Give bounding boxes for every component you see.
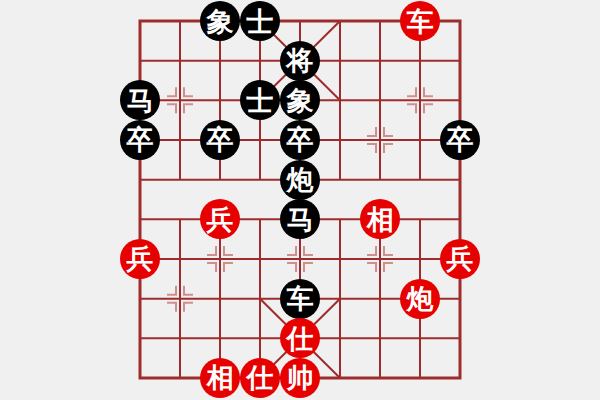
piece-red-elephant[interactable]: 相 (200, 358, 240, 398)
black-pawn-glyph: 卒 (120, 120, 160, 160)
red-pawn-glyph: 兵 (120, 239, 160, 279)
red-pawn-glyph: 兵 (200, 199, 240, 239)
black-pawn-glyph: 卒 (200, 120, 240, 160)
piece-red-pawn[interactable]: 兵 (120, 239, 160, 279)
piece-black-advisor[interactable]: 士 (240, 80, 280, 120)
red-advisor-glyph: 仕 (240, 358, 280, 398)
red-pawn-glyph: 兵 (440, 239, 480, 279)
piece-black-pawn[interactable]: 卒 (120, 120, 160, 160)
piece-red-advisor[interactable]: 仕 (280, 318, 320, 358)
piece-red-general[interactable]: 帅 (280, 358, 320, 398)
red-general-glyph: 帅 (280, 358, 320, 398)
piece-black-elephant[interactable]: 象 (280, 80, 320, 120)
black-horse-glyph: 马 (280, 199, 320, 239)
piece-red-cannon[interactable]: 炮 (400, 279, 440, 319)
black-elephant-glyph: 象 (200, 1, 240, 41)
red-advisor-glyph: 仕 (280, 318, 320, 358)
black-cannon-glyph: 炮 (280, 160, 320, 200)
red-elephant-glyph: 相 (360, 199, 400, 239)
piece-black-pawn[interactable]: 卒 (280, 120, 320, 160)
black-pawn-glyph: 卒 (280, 120, 320, 160)
red-elephant-glyph: 相 (200, 358, 240, 398)
piece-black-horse[interactable]: 马 (120, 80, 160, 120)
black-advisor-glyph: 士 (240, 80, 280, 120)
black-advisor-glyph: 士 (240, 1, 280, 41)
black-elephant-glyph: 象 (280, 80, 320, 120)
piece-black-elephant[interactable]: 象 (200, 1, 240, 41)
black-general-glyph: 将 (280, 41, 320, 81)
piece-black-cannon[interactable]: 炮 (280, 160, 320, 200)
red-cannon-glyph: 炮 (400, 279, 440, 319)
black-horse-glyph: 马 (120, 80, 160, 120)
piece-black-horse[interactable]: 马 (280, 199, 320, 239)
piece-red-pawn[interactable]: 兵 (200, 199, 240, 239)
red-chariot-glyph: 车 (400, 1, 440, 41)
piece-black-advisor[interactable]: 士 (240, 1, 280, 41)
black-pawn-glyph: 卒 (440, 120, 480, 160)
xiangqi-app: 象士车将马士象卒卒卒卒炮兵马相兵兵车炮仕相仕帅 (0, 0, 600, 400)
piece-red-chariot[interactable]: 车 (400, 1, 440, 41)
black-chariot-glyph: 车 (280, 279, 320, 319)
piece-red-elephant[interactable]: 相 (360, 199, 400, 239)
piece-black-general[interactable]: 将 (280, 41, 320, 81)
piece-red-advisor[interactable]: 仕 (240, 358, 280, 398)
piece-grid: 象士车将马士象卒卒卒卒炮兵马相兵兵车炮仕相仕帅 (120, 1, 480, 398)
piece-black-pawn[interactable]: 卒 (200, 120, 240, 160)
piece-black-pawn[interactable]: 卒 (440, 120, 480, 160)
piece-black-chariot[interactable]: 车 (280, 279, 320, 319)
piece-red-pawn[interactable]: 兵 (440, 239, 480, 279)
